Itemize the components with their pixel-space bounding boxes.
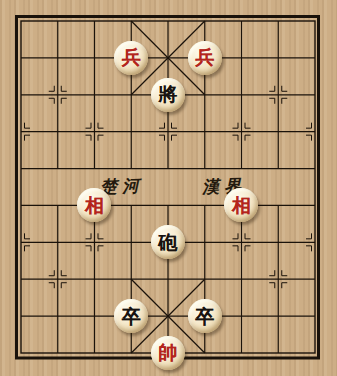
red-elephant-piece[interactable]: 相 — [77, 188, 111, 222]
black-general-piece[interactable]: 將 — [151, 78, 185, 112]
red-soldier-piece[interactable]: 兵 — [114, 41, 148, 75]
piece-grid: 兵兵將相相砲卒卒帥 — [3, 3, 334, 372]
board-point: 相 — [223, 187, 260, 224]
board-point: 將 — [150, 76, 187, 113]
black-soldier-piece[interactable]: 卒 — [188, 299, 222, 333]
red-elephant-piece[interactable]: 相 — [224, 188, 258, 222]
board-point: 砲 — [150, 224, 187, 261]
board-point: 兵 — [186, 39, 223, 76]
xiangqi-board[interactable]: 楚河 漢界 兵兵將相相砲卒卒帥 — [0, 0, 337, 376]
board-point: 卒 — [113, 298, 150, 335]
board-point: 帥 — [150, 334, 187, 371]
board-point: 卒 — [186, 298, 223, 335]
black-soldier-piece[interactable]: 卒 — [114, 299, 148, 333]
black-cannon-piece[interactable]: 砲 — [151, 225, 185, 259]
red-soldier-piece[interactable]: 兵 — [188, 41, 222, 75]
board-point: 相 — [76, 187, 113, 224]
board-point: 兵 — [113, 39, 150, 76]
red-general-piece[interactable]: 帥 — [151, 336, 185, 370]
